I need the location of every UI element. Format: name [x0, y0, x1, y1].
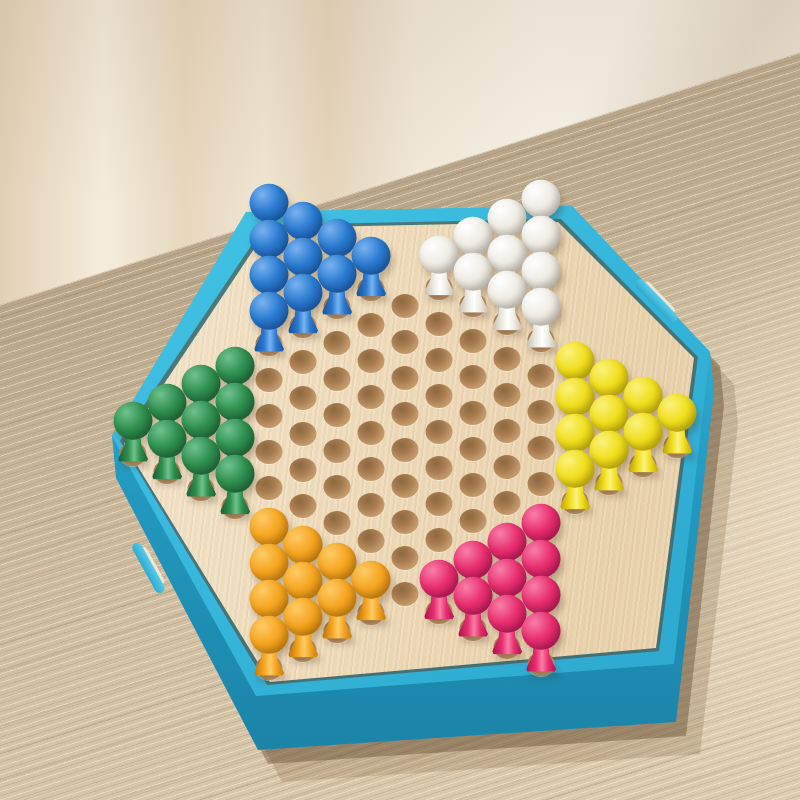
peg-ball [216, 346, 255, 384]
peg-ball [284, 597, 323, 635]
board-hole[interactable] [392, 402, 419, 426]
pieces-layer [0, 0, 800, 800]
peg-ball [522, 288, 561, 326]
peg-ball [522, 576, 561, 614]
peg-ball [522, 540, 561, 578]
board-hole[interactable] [358, 493, 385, 517]
peg-ball [522, 252, 561, 290]
peg-yellow[interactable] [658, 394, 697, 454]
peg-ball [250, 616, 289, 654]
board-hole[interactable] [528, 472, 555, 496]
board-hole[interactable] [324, 367, 351, 391]
board-hole[interactable] [460, 401, 487, 425]
peg-ball [522, 180, 561, 218]
board-hole[interactable] [426, 348, 453, 372]
board-hole[interactable] [494, 491, 521, 515]
board-hole[interactable] [392, 582, 419, 606]
board-hole[interactable] [256, 476, 283, 500]
board-hole[interactable] [290, 422, 317, 446]
peg-ball [590, 431, 629, 469]
board-hole[interactable] [460, 329, 487, 353]
peg-ball [624, 412, 663, 450]
peg-orange[interactable] [352, 560, 391, 620]
board-hole[interactable] [358, 385, 385, 409]
board-hole[interactable] [358, 349, 385, 373]
peg-orange[interactable] [250, 616, 289, 676]
peg-ball [522, 216, 561, 254]
board-hole[interactable] [358, 457, 385, 481]
board-hole[interactable] [392, 474, 419, 498]
board-hole[interactable] [392, 438, 419, 462]
peg-orange[interactable] [284, 597, 323, 657]
peg-yellow[interactable] [590, 431, 629, 491]
peg-ball [216, 454, 255, 492]
board-hole[interactable] [494, 383, 521, 407]
peg-ball [216, 418, 255, 456]
board-hole[interactable] [460, 509, 487, 533]
peg-ball [284, 273, 323, 311]
chinese-checkers-board [0, 0, 800, 800]
board-hole[interactable] [494, 347, 521, 371]
board-hole[interactable] [290, 494, 317, 518]
peg-blue[interactable] [352, 236, 391, 296]
peg-blue[interactable] [284, 273, 323, 333]
board-hole[interactable] [392, 294, 419, 318]
board-hole[interactable] [460, 473, 487, 497]
board-hole[interactable] [256, 440, 283, 464]
board-hole[interactable] [494, 419, 521, 443]
peg-ball [658, 394, 697, 432]
peg-ball [556, 449, 595, 487]
peg-yellow[interactable] [624, 412, 663, 472]
board-hole[interactable] [528, 400, 555, 424]
board-hole[interactable] [426, 528, 453, 552]
board-hole[interactable] [256, 404, 283, 428]
board-hole[interactable] [528, 436, 555, 460]
board-hole[interactable] [358, 421, 385, 445]
board-hole[interactable] [290, 350, 317, 374]
board-hole[interactable] [256, 368, 283, 392]
board-hole[interactable] [494, 455, 521, 479]
board-hole[interactable] [392, 330, 419, 354]
board-hole[interactable] [324, 331, 351, 355]
peg-blue[interactable] [250, 292, 289, 352]
peg-ball [352, 560, 391, 598]
peg-ball [318, 255, 357, 293]
board-hole[interactable] [426, 420, 453, 444]
peg-ball [522, 612, 561, 650]
peg-ball [352, 236, 391, 274]
scene [0, 0, 800, 800]
board-hole[interactable] [324, 439, 351, 463]
board-hole[interactable] [460, 365, 487, 389]
board-hole[interactable] [324, 475, 351, 499]
peg-orange[interactable] [318, 579, 357, 639]
board-hole[interactable] [358, 313, 385, 337]
board-hole[interactable] [392, 366, 419, 390]
board-hole[interactable] [426, 456, 453, 480]
peg-white[interactable] [522, 288, 561, 348]
board-hole[interactable] [460, 437, 487, 461]
board-hole[interactable] [290, 458, 317, 482]
board-hole[interactable] [392, 546, 419, 570]
peg-pink[interactable] [522, 612, 561, 672]
peg-blue[interactable] [318, 255, 357, 315]
peg-ball [216, 382, 255, 420]
peg-ball [318, 579, 357, 617]
peg-yellow[interactable] [556, 449, 595, 509]
board-hole[interactable] [528, 364, 555, 388]
board-hole[interactable] [324, 511, 351, 535]
board-hole[interactable] [426, 492, 453, 516]
peg-green[interactable] [216, 454, 255, 514]
board-hole[interactable] [392, 510, 419, 534]
board-hole[interactable] [426, 384, 453, 408]
board-hole[interactable] [324, 403, 351, 427]
board-hole[interactable] [426, 312, 453, 336]
peg-ball [250, 292, 289, 330]
peg-ball [522, 504, 561, 542]
board-hole[interactable] [358, 529, 385, 553]
board-hole[interactable] [290, 386, 317, 410]
